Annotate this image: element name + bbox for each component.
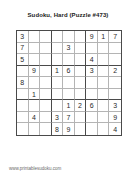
cell-r5c7 [86, 77, 98, 89]
cell-r1c2 [29, 31, 41, 43]
cell-r9c4: 8 [52, 123, 64, 135]
cell-r2c2 [29, 43, 41, 55]
cell-r9c8 [98, 123, 110, 135]
cell-r4c1 [17, 66, 29, 78]
cell-r6c1 [17, 89, 29, 101]
cell-r6c4 [52, 89, 64, 101]
cell-r2c6 [75, 43, 87, 55]
cell-r7c7: 6 [86, 100, 98, 112]
cell-r6c2: 1 [29, 89, 41, 101]
cell-r6c8 [98, 89, 110, 101]
cell-r2c9 [109, 43, 121, 55]
cell-r8c4: 3 [52, 112, 64, 124]
page-title: Sudoku, Hard (Puzzle #473) [0, 12, 136, 18]
cell-r5c6 [75, 77, 87, 89]
cell-r8c7 [86, 112, 98, 124]
cell-r8c5: 7 [63, 112, 75, 124]
cell-r7c4 [52, 100, 64, 112]
cell-r6c9 [109, 89, 121, 101]
cell-r4c8 [98, 66, 110, 78]
cell-r5c9 [109, 77, 121, 89]
cell-r9c3 [40, 123, 52, 135]
cell-r1c6 [75, 31, 87, 43]
cell-r5c8 [98, 77, 110, 89]
cell-r3c6 [75, 54, 87, 66]
cell-r6c5 [63, 89, 75, 101]
cell-r6c3 [40, 89, 52, 101]
cell-r9c1 [17, 123, 29, 135]
cell-r2c7 [86, 43, 98, 55]
cell-r1c7: 9 [86, 31, 98, 43]
footer-url: www.printablesudoku.com [9, 166, 61, 171]
cell-r9c7 [86, 123, 98, 135]
cell-r8c6 [75, 112, 87, 124]
cell-r2c3 [40, 43, 52, 55]
cell-r1c3 [40, 31, 52, 43]
cell-r6c6 [75, 89, 87, 101]
cell-r4c6 [75, 66, 87, 78]
cell-r9c9: 4 [109, 123, 121, 135]
cell-r8c9: 9 [109, 112, 121, 124]
cell-r7c3 [40, 100, 52, 112]
cell-r3c5 [63, 54, 75, 66]
cell-r1c5 [63, 31, 75, 43]
cell-r1c4 [52, 31, 64, 43]
cell-r7c8 [98, 100, 110, 112]
cell-r3c2 [29, 54, 41, 66]
cell-r5c1: 8 [17, 77, 29, 89]
cell-r3c1: 5 [17, 54, 29, 66]
cell-r9c2 [29, 123, 41, 135]
cell-r7c2 [29, 100, 41, 112]
cell-r2c1: 7 [17, 43, 29, 55]
cell-r7c9: 3 [109, 100, 121, 112]
cell-r5c3 [40, 77, 52, 89]
cell-r7c5: 1 [63, 100, 75, 112]
cell-r4c9: 2 [109, 66, 121, 78]
cell-r4c5: 6 [63, 66, 75, 78]
cell-r1c1: 3 [17, 31, 29, 43]
cell-r2c8 [98, 43, 110, 55]
cell-r8c8 [98, 112, 110, 124]
cell-r3c9 [109, 54, 121, 66]
cell-r7c6: 2 [75, 100, 87, 112]
cell-r2c4 [52, 43, 64, 55]
cell-r1c9: 7 [109, 31, 121, 43]
cell-r3c7: 4 [86, 54, 98, 66]
cell-r4c4: 1 [52, 66, 64, 78]
cell-r4c7: 3 [86, 66, 98, 78]
cell-r5c2 [29, 77, 41, 89]
cell-r9c5: 9 [63, 123, 75, 135]
cell-r3c3 [40, 54, 52, 66]
cell-r4c2: 9 [29, 66, 41, 78]
cell-r3c4 [52, 54, 64, 66]
cell-r8c1 [17, 112, 29, 124]
cell-r3c8 [98, 54, 110, 66]
cell-r1c8: 1 [98, 31, 110, 43]
sudoku-grid: 39177354916328112634379894 [16, 30, 122, 136]
cell-r8c2: 4 [29, 112, 41, 124]
cell-r2c5: 3 [63, 43, 75, 55]
cell-r7c1 [17, 100, 29, 112]
cell-r8c3 [40, 112, 52, 124]
cell-r9c6 [75, 123, 87, 135]
cell-r4c3 [40, 66, 52, 78]
cell-r6c7 [86, 89, 98, 101]
cell-r5c4 [52, 77, 64, 89]
cell-r5c5 [63, 77, 75, 89]
